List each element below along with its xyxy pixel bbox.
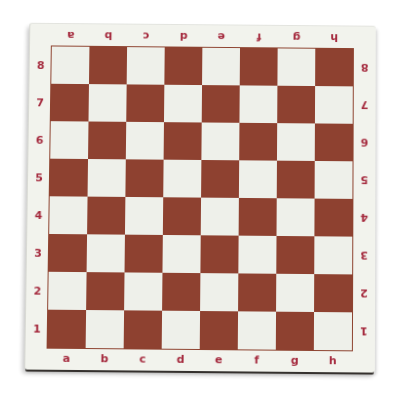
file-label-b: b <box>85 350 123 367</box>
rank-label-5: 5 <box>356 161 372 199</box>
rank-label-1: 1 <box>356 312 372 350</box>
rank-label-4: 4 <box>30 196 46 234</box>
square-e7[interactable] <box>202 85 240 123</box>
square-f7[interactable] <box>239 85 277 123</box>
rank-label-7: 7 <box>357 86 373 124</box>
rank-label-4: 4 <box>356 199 372 237</box>
square-a6[interactable] <box>50 121 88 159</box>
rank-label-8: 8 <box>357 49 373 86</box>
product-photo-background: abcdefgh abcdefgh 87654321 87654321 <box>0 0 400 400</box>
file-label-c: c <box>127 28 165 45</box>
square-c6[interactable] <box>126 122 164 160</box>
square-b1[interactable] <box>86 310 124 348</box>
square-g4[interactable] <box>277 198 315 236</box>
square-g5[interactable] <box>277 161 315 199</box>
rank-label-6: 6 <box>357 124 373 162</box>
square-a2[interactable] <box>48 272 86 310</box>
square-f3[interactable] <box>238 236 276 274</box>
square-f5[interactable] <box>239 160 277 198</box>
file-label-d: d <box>162 351 200 368</box>
square-e3[interactable] <box>200 235 238 273</box>
file-label-d: d <box>165 28 203 45</box>
square-h5[interactable] <box>315 161 353 199</box>
square-b3[interactable] <box>87 234 125 272</box>
rank-label-3: 3 <box>356 237 372 275</box>
chess-board: abcdefgh abcdefgh 87654321 87654321 <box>24 23 376 373</box>
square-f6[interactable] <box>239 123 277 161</box>
square-h4[interactable] <box>314 199 352 237</box>
square-a4[interactable] <box>49 196 87 234</box>
square-d2[interactable] <box>162 273 200 311</box>
file-label-g: g <box>276 352 314 369</box>
square-c8[interactable] <box>127 47 165 85</box>
square-d4[interactable] <box>163 197 201 235</box>
square-h8[interactable] <box>315 49 353 87</box>
rank-label-5: 5 <box>31 159 47 197</box>
square-b4[interactable] <box>87 197 125 235</box>
square-a8[interactable] <box>51 46 89 84</box>
square-h3[interactable] <box>314 236 352 274</box>
rank-label-1: 1 <box>29 310 46 348</box>
rank-label-3: 3 <box>30 234 47 272</box>
square-b7[interactable] <box>89 84 127 122</box>
square-e5[interactable] <box>201 160 239 198</box>
file-label-b: b <box>89 27 127 44</box>
file-label-g: g <box>278 29 316 46</box>
file-label-e: e <box>202 28 240 45</box>
board-grid <box>47 45 354 351</box>
file-label-a: a <box>52 27 90 44</box>
square-a1[interactable] <box>48 310 87 348</box>
rank-label-7: 7 <box>32 84 48 122</box>
square-d1[interactable] <box>162 311 200 349</box>
square-c7[interactable] <box>126 84 164 122</box>
square-h7[interactable] <box>315 86 353 124</box>
file-label-a: a <box>47 350 85 367</box>
square-e2[interactable] <box>200 273 238 311</box>
rank-label-2: 2 <box>29 272 46 310</box>
square-b2[interactable] <box>86 272 124 310</box>
square-f4[interactable] <box>239 198 277 236</box>
square-g3[interactable] <box>276 236 314 274</box>
square-h6[interactable] <box>315 123 353 161</box>
square-g6[interactable] <box>277 123 315 161</box>
square-c5[interactable] <box>125 159 163 197</box>
square-e4[interactable] <box>201 198 239 236</box>
rank-label-2: 2 <box>356 274 372 312</box>
square-b8[interactable] <box>89 47 127 85</box>
square-h1[interactable] <box>314 312 352 350</box>
rank-labels-left: 87654321 <box>29 46 49 347</box>
square-d5[interactable] <box>163 160 201 198</box>
rank-label-6: 6 <box>31 121 47 159</box>
square-a3[interactable] <box>49 234 87 272</box>
square-b5[interactable] <box>88 159 126 197</box>
file-label-e: e <box>200 351 238 368</box>
square-c4[interactable] <box>125 197 163 235</box>
square-h2[interactable] <box>314 274 352 312</box>
square-b6[interactable] <box>88 121 126 159</box>
square-c2[interactable] <box>124 272 162 310</box>
square-d6[interactable] <box>164 122 202 160</box>
square-a5[interactable] <box>50 159 88 197</box>
file-labels-top: abcdefgh <box>52 27 353 46</box>
square-g1[interactable] <box>276 312 314 350</box>
file-label-h: h <box>315 29 353 46</box>
square-d8[interactable] <box>164 47 202 85</box>
square-d7[interactable] <box>164 85 202 123</box>
square-f2[interactable] <box>238 273 276 311</box>
square-a7[interactable] <box>51 84 89 122</box>
file-label-c: c <box>123 350 161 367</box>
square-e1[interactable] <box>200 311 238 349</box>
square-g8[interactable] <box>277 48 315 86</box>
file-label-f: f <box>238 351 276 368</box>
rank-labels-right: 87654321 <box>356 49 373 350</box>
file-labels-bottom: abcdefgh <box>47 350 352 370</box>
square-e6[interactable] <box>201 122 239 160</box>
square-g2[interactable] <box>276 274 314 312</box>
square-d3[interactable] <box>162 235 200 273</box>
rank-label-8: 8 <box>32 46 48 83</box>
square-g7[interactable] <box>277 86 315 124</box>
square-c1[interactable] <box>124 310 162 348</box>
square-f1[interactable] <box>238 311 276 349</box>
file-label-f: f <box>240 28 278 45</box>
file-label-h: h <box>314 352 352 369</box>
square-f8[interactable] <box>240 48 278 86</box>
square-c3[interactable] <box>125 235 163 273</box>
square-e8[interactable] <box>202 48 240 86</box>
